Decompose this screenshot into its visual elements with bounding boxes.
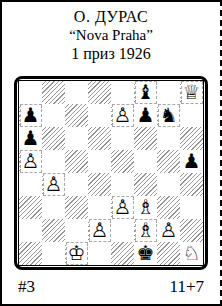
- black-pawn[interactable]: ♟: [21, 128, 41, 149]
- square-e8[interactable]: [111, 81, 134, 104]
- square-b7[interactable]: [42, 104, 65, 127]
- square-b8[interactable]: [42, 81, 65, 104]
- square-g7[interactable]: ♞: [157, 104, 180, 127]
- square-f1[interactable]: ♚: [134, 242, 157, 265]
- source-name: “Nova Praha”: [2, 26, 220, 44]
- square-e7[interactable]: ♙: [111, 104, 134, 127]
- square-d3[interactable]: [88, 196, 111, 219]
- square-g2[interactable]: ♙: [157, 219, 180, 242]
- square-a5[interactable]: ♙: [19, 150, 42, 173]
- square-h4[interactable]: [180, 173, 203, 196]
- square-f6[interactable]: [134, 127, 157, 150]
- square-c5[interactable]: [65, 150, 88, 173]
- square-e5[interactable]: [111, 150, 134, 173]
- square-c7[interactable]: [65, 104, 88, 127]
- white-knight[interactable]: ♘: [182, 243, 202, 264]
- black-pawn[interactable]: ♟: [182, 151, 202, 172]
- white-bishop[interactable]: ♗: [136, 220, 156, 241]
- caption-row: #3 11+7: [2, 277, 220, 297]
- square-h6[interactable]: [180, 127, 203, 150]
- square-h7[interactable]: [180, 104, 203, 127]
- white-pawn[interactable]: ♙: [159, 220, 179, 241]
- square-e6[interactable]: [111, 127, 134, 150]
- square-f4[interactable]: [134, 173, 157, 196]
- square-d1[interactable]: [88, 242, 111, 265]
- square-g5[interactable]: [157, 150, 180, 173]
- square-d7[interactable]: [88, 104, 111, 127]
- square-h8[interactable]: ♕: [180, 81, 203, 104]
- problem-header: О. ДУРАС “Nova Praha” 1 приз 1926: [2, 2, 220, 63]
- square-a2[interactable]: [19, 219, 42, 242]
- square-c4[interactable]: [65, 173, 88, 196]
- square-d2[interactable]: ♙: [88, 219, 111, 242]
- square-c3[interactable]: [65, 196, 88, 219]
- white-pawn[interactable]: ♙: [113, 197, 133, 218]
- square-d6[interactable]: [88, 127, 111, 150]
- material-count-label: 11+7: [170, 277, 204, 297]
- square-e1[interactable]: [111, 242, 134, 265]
- white-queen[interactable]: ♕: [182, 82, 202, 103]
- square-d4[interactable]: [88, 173, 111, 196]
- black-pawn[interactable]: ♟: [136, 105, 156, 126]
- square-d5[interactable]: [88, 150, 111, 173]
- square-g1[interactable]: [157, 242, 180, 265]
- square-g3[interactable]: [157, 196, 180, 219]
- white-pawn[interactable]: ♙: [90, 220, 110, 241]
- black-bishop[interactable]: ♝: [136, 82, 156, 103]
- square-a8[interactable]: [19, 81, 42, 104]
- problem-card: О. ДУРАС “Nova Praha” 1 приз 1926 ♝♕♟♙♟♞…: [0, 0, 222, 306]
- square-h1[interactable]: ♘: [180, 242, 203, 265]
- square-a4[interactable]: [19, 173, 42, 196]
- black-knight[interactable]: ♞: [159, 105, 179, 126]
- square-d8[interactable]: [88, 81, 111, 104]
- square-e2[interactable]: [111, 219, 134, 242]
- square-c8[interactable]: [65, 81, 88, 104]
- square-e3[interactable]: ♙: [111, 196, 134, 219]
- chess-board-frame: ♝♕♟♙♟♞♟♙♟♙♙♗♙♗♙♔♚♘: [14, 76, 208, 270]
- white-king[interactable]: ♔: [67, 243, 87, 264]
- square-a1[interactable]: [19, 242, 42, 265]
- white-pawn[interactable]: ♙: [21, 151, 41, 172]
- square-f7[interactable]: ♟: [134, 104, 157, 127]
- square-b6[interactable]: [42, 127, 65, 150]
- square-a3[interactable]: [19, 196, 42, 219]
- square-f2[interactable]: ♗: [134, 219, 157, 242]
- white-pawn[interactable]: ♙: [113, 105, 133, 126]
- square-f8[interactable]: ♝: [134, 81, 157, 104]
- square-g4[interactable]: [157, 173, 180, 196]
- stipulation-label: #3: [18, 277, 35, 297]
- composer-name: О. ДУРАС: [2, 7, 220, 26]
- award-text: 1 приз 1926: [2, 44, 220, 63]
- square-f5[interactable]: [134, 150, 157, 173]
- chess-board: ♝♕♟♙♟♞♟♙♟♙♙♗♙♗♙♔♚♘: [18, 80, 204, 266]
- square-h3[interactable]: [180, 196, 203, 219]
- square-b4[interactable]: ♙: [42, 173, 65, 196]
- square-g8[interactable]: [157, 81, 180, 104]
- square-h2[interactable]: [180, 219, 203, 242]
- square-b5[interactable]: [42, 150, 65, 173]
- square-c6[interactable]: [65, 127, 88, 150]
- square-b1[interactable]: [42, 242, 65, 265]
- square-c1[interactable]: ♔: [65, 242, 88, 265]
- square-e4[interactable]: [111, 173, 134, 196]
- square-c2[interactable]: [65, 219, 88, 242]
- black-king[interactable]: ♚: [136, 243, 156, 264]
- square-h5[interactable]: ♟: [180, 150, 203, 173]
- square-b3[interactable]: [42, 196, 65, 219]
- white-pawn[interactable]: ♙: [44, 174, 64, 195]
- square-a7[interactable]: ♟: [19, 104, 42, 127]
- square-a6[interactable]: ♟: [19, 127, 42, 150]
- square-f3[interactable]: ♗: [134, 196, 157, 219]
- black-pawn[interactable]: ♟: [21, 105, 41, 126]
- white-bishop[interactable]: ♗: [136, 197, 156, 218]
- square-g6[interactable]: [157, 127, 180, 150]
- square-b2[interactable]: [42, 219, 65, 242]
